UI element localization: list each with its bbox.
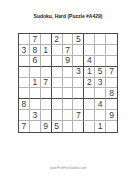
cell-r1c6: 5 [73,34,84,45]
cell-r1c8 [95,34,106,45]
cell-r6c6 [73,88,84,99]
cell-r6c2 [30,88,41,99]
cell-r2c8 [95,45,106,56]
sudoku-board: 7253817694315717238843797951 [18,33,118,133]
cell-r3c4 [52,56,63,67]
cell-r4c7: 1 [84,67,95,78]
cell-r4c1 [19,67,30,78]
cell-r6c9: 8 [106,88,117,99]
cell-r8c5 [63,110,74,121]
cell-r6c7 [84,88,95,99]
cell-r9c7 [84,121,95,132]
cell-r9c9 [106,121,117,132]
cell-r9c1: 7 [19,121,30,132]
cell-r2c9 [106,45,117,56]
cell-r8c6: 7 [73,110,84,121]
cell-r8c9: 9 [106,110,117,121]
cell-r4c2 [30,67,41,78]
cell-r2c1: 3 [19,45,30,56]
cell-r9c3: 9 [41,121,52,132]
cell-r4c6: 3 [73,67,84,78]
cell-r3c9 [106,56,117,67]
cell-r2c6 [73,45,84,56]
cell-r5c3: 7 [41,78,52,89]
cell-r5c9 [106,78,117,89]
cell-r1c7 [84,34,95,45]
cell-r3c7: 4 [84,56,95,67]
cell-r5c4 [52,78,63,89]
cell-r5c5 [63,78,74,89]
cell-r2c5: 7 [63,45,74,56]
cell-r3c6 [73,56,84,67]
puzzle-title: Sudoku, Hard (Puzzle #A429) [0,13,136,20]
cell-r2c7 [84,45,95,56]
cell-r9c5 [63,121,74,132]
cell-r6c5 [63,88,74,99]
cell-r1c1 [19,34,30,45]
cell-r5c2: 1 [30,78,41,89]
cell-r7c8: 4 [95,99,106,110]
cell-r2c3: 1 [41,45,52,56]
cell-r4c5 [63,67,74,78]
cell-r3c2: 6 [30,56,41,67]
cell-r7c1: 8 [19,99,30,110]
cell-r4c3 [41,67,52,78]
cell-r5c1 [19,78,30,89]
cell-r7c7 [84,99,95,110]
cell-r7c2 [30,99,41,110]
cell-r9c2 [30,121,41,132]
cell-r4c4 [52,67,63,78]
cell-r9c4: 5 [52,121,63,132]
cell-r7c5 [63,99,74,110]
cell-r1c2: 7 [30,34,41,45]
cell-r6c3 [41,88,52,99]
cell-r8c3 [41,110,52,121]
footer-url: www.PrintFreeSudoku.com [0,166,136,170]
cell-r8c7 [84,110,95,121]
cell-r2c2: 8 [30,45,41,56]
cell-r2c4 [52,45,63,56]
cell-r7c4 [52,99,63,110]
cell-r3c5: 9 [63,56,74,67]
cell-r5c6 [73,78,84,89]
cell-r5c8: 3 [95,78,106,89]
cell-r9c8: 1 [95,121,106,132]
cell-r9c6 [73,121,84,132]
cell-r8c4 [52,110,63,121]
cell-r8c8 [95,110,106,121]
cell-r7c6 [73,99,84,110]
cell-r6c1 [19,88,30,99]
sudoku-page: Sudoku, Hard (Puzzle #A429) 725381769431… [0,0,136,176]
cell-r6c4 [52,88,63,99]
cell-r3c8 [95,56,106,67]
cell-r8c2: 3 [30,110,41,121]
cell-r1c3 [41,34,52,45]
cell-r7c3 [41,99,52,110]
cell-r4c8: 5 [95,67,106,78]
cell-r4c9: 7 [106,67,117,78]
cell-r5c7: 2 [84,78,95,89]
cell-r6c8 [95,88,106,99]
cell-r1c5 [63,34,74,45]
cell-r8c1 [19,110,30,121]
cell-r7c9 [106,99,117,110]
cell-r1c9 [106,34,117,45]
cell-r1c4: 2 [52,34,63,45]
cell-r3c1 [19,56,30,67]
cell-r3c3 [41,56,52,67]
